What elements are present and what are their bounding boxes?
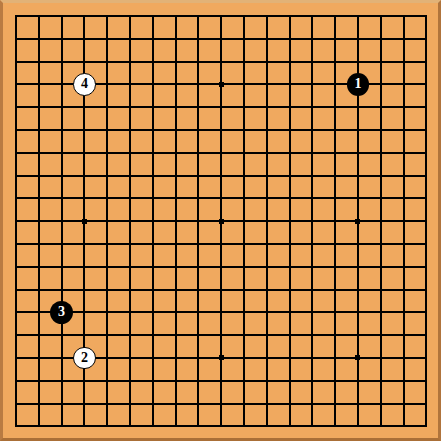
board-intersection — [278, 255, 301, 278]
board-intersection — [50, 324, 73, 347]
board-intersection — [96, 187, 119, 210]
board-intersection — [164, 164, 187, 187]
board-intersection — [324, 164, 347, 187]
board-intersection — [73, 50, 96, 73]
board-intersection — [347, 27, 370, 50]
board-intersection — [278, 415, 301, 438]
board-intersection — [324, 27, 347, 50]
board-intersection — [210, 392, 233, 415]
board-intersection — [347, 278, 370, 301]
board-intersection — [233, 187, 256, 210]
board-intersection — [278, 119, 301, 142]
board-intersection — [347, 141, 370, 164]
board-intersection — [141, 278, 164, 301]
board-intersection — [27, 415, 50, 438]
board-intersection — [73, 119, 96, 142]
board-intersection — [369, 324, 392, 347]
board-intersection — [73, 210, 96, 233]
board-intersection — [415, 278, 438, 301]
board-intersection — [324, 369, 347, 392]
board-intersection — [347, 164, 370, 187]
board-intersection — [210, 27, 233, 50]
board-intersection — [73, 324, 96, 347]
board-intersection — [187, 164, 210, 187]
board-intersection — [278, 278, 301, 301]
board-intersection — [141, 210, 164, 233]
board-intersection — [347, 255, 370, 278]
go-board: 4132 — [5, 5, 438, 438]
board-intersection — [50, 73, 73, 96]
board-intersection — [369, 5, 392, 28]
board-intersection — [347, 392, 370, 415]
board-intersection — [5, 73, 28, 96]
board-intersection — [27, 119, 50, 142]
board-intersection — [369, 415, 392, 438]
black-stone-C6: 3 — [50, 301, 73, 324]
board-intersection — [324, 255, 347, 278]
board-intersection — [164, 233, 187, 256]
board-intersection — [301, 5, 324, 28]
board-intersection — [5, 141, 28, 164]
board-intersection — [415, 141, 438, 164]
board-intersection — [141, 301, 164, 324]
board-intersection — [255, 27, 278, 50]
hoshi-point — [355, 355, 360, 360]
board-intersection — [415, 96, 438, 119]
board-intersection — [415, 210, 438, 233]
board-intersection — [210, 119, 233, 142]
board-intersection — [119, 119, 142, 142]
board-intersection — [73, 141, 96, 164]
board-intersection — [96, 119, 119, 142]
board-intersection — [119, 27, 142, 50]
board-intersection — [301, 369, 324, 392]
board-intersection — [141, 347, 164, 370]
board-intersection — [27, 73, 50, 96]
board-intersection — [164, 369, 187, 392]
board-intersection — [347, 233, 370, 256]
board-intersection — [96, 73, 119, 96]
board-intersection — [5, 5, 28, 28]
board-intersection — [255, 141, 278, 164]
board-intersection — [141, 392, 164, 415]
board-intersection — [369, 347, 392, 370]
white-stone-D16: 4 — [73, 73, 96, 96]
board-intersection — [255, 347, 278, 370]
board-intersection — [255, 301, 278, 324]
board-intersection — [73, 392, 96, 415]
board-intersection — [210, 73, 233, 96]
board-intersection — [415, 392, 438, 415]
board-intersection — [392, 278, 415, 301]
board-intersection — [141, 164, 164, 187]
board-intersection — [210, 210, 233, 233]
board-intersection — [187, 324, 210, 347]
board-intersection — [278, 324, 301, 347]
board-intersection — [301, 210, 324, 233]
board-intersection — [27, 210, 50, 233]
board-intersection — [187, 347, 210, 370]
board-intersection — [210, 50, 233, 73]
board-intersection — [415, 187, 438, 210]
board-intersection — [5, 164, 28, 187]
board-intersection — [50, 50, 73, 73]
board-intersection — [210, 324, 233, 347]
board-intersection — [96, 301, 119, 324]
board-intersection — [392, 347, 415, 370]
board-intersection — [324, 347, 347, 370]
board-intersection — [164, 347, 187, 370]
board-intersection — [233, 324, 256, 347]
board-intersection — [324, 187, 347, 210]
board-intersection — [187, 73, 210, 96]
board-intersection — [392, 392, 415, 415]
board-intersection — [5, 369, 28, 392]
board-intersection — [96, 278, 119, 301]
board-intersection — [187, 392, 210, 415]
board-intersection — [164, 210, 187, 233]
board-intersection — [5, 392, 28, 415]
board-intersection — [50, 141, 73, 164]
board-intersection — [119, 255, 142, 278]
board-intersection: 3 — [50, 301, 73, 324]
board-intersection — [278, 96, 301, 119]
board-intersection — [27, 392, 50, 415]
board-intersection — [96, 392, 119, 415]
board-intersection — [324, 5, 347, 28]
board-intersection — [73, 255, 96, 278]
board-intersection — [255, 119, 278, 142]
board-intersection — [415, 347, 438, 370]
board-intersection — [187, 369, 210, 392]
board-intersection — [233, 301, 256, 324]
board-intersection — [27, 50, 50, 73]
board-intersection — [324, 119, 347, 142]
board-intersection — [210, 233, 233, 256]
board-intersection — [415, 50, 438, 73]
board-intersection — [210, 164, 233, 187]
board-intersection — [324, 415, 347, 438]
board-intersection — [164, 301, 187, 324]
board-intersection — [96, 50, 119, 73]
board-intersection — [187, 233, 210, 256]
board-intersection — [392, 233, 415, 256]
board-intersection — [392, 187, 415, 210]
board-intersection — [73, 5, 96, 28]
board-intersection — [5, 347, 28, 370]
move-number: 1 — [354, 77, 361, 91]
board-intersection: 4 — [73, 73, 96, 96]
board-intersection — [278, 369, 301, 392]
board-intersection — [324, 301, 347, 324]
board-intersection — [96, 233, 119, 256]
board-intersection — [415, 415, 438, 438]
board-intersection — [392, 50, 415, 73]
board-intersection — [210, 255, 233, 278]
board-intersection — [96, 347, 119, 370]
board-intersection — [5, 255, 28, 278]
board-intersection — [301, 141, 324, 164]
board-intersection — [187, 187, 210, 210]
board-intersection — [324, 96, 347, 119]
board-intersection — [278, 210, 301, 233]
board-intersection — [369, 278, 392, 301]
board-intersection — [278, 347, 301, 370]
board-intersection — [5, 27, 28, 50]
board-intersection — [164, 5, 187, 28]
board-intersection — [233, 141, 256, 164]
board-intersection — [278, 27, 301, 50]
board-intersection — [73, 415, 96, 438]
board-intersection — [255, 278, 278, 301]
board-intersection — [5, 210, 28, 233]
board-intersection — [187, 119, 210, 142]
board-intersection — [369, 233, 392, 256]
board-intersection — [27, 5, 50, 28]
board-intersection — [369, 255, 392, 278]
board-intersection — [164, 50, 187, 73]
board-intersection — [141, 5, 164, 28]
board-intersection — [119, 415, 142, 438]
board-intersection — [187, 301, 210, 324]
board-intersection — [233, 5, 256, 28]
board-intersection — [369, 27, 392, 50]
board-intersection — [96, 369, 119, 392]
board-intersection — [255, 164, 278, 187]
board-intersection — [73, 233, 96, 256]
board-intersection — [119, 5, 142, 28]
board-intersection — [255, 187, 278, 210]
board-intersection — [119, 187, 142, 210]
board-intersection — [73, 96, 96, 119]
board-intersection — [415, 324, 438, 347]
board-intersection — [301, 164, 324, 187]
board-intersection — [369, 50, 392, 73]
board-intersection — [415, 5, 438, 28]
board-intersection — [415, 119, 438, 142]
board-intersection — [96, 5, 119, 28]
board-intersection — [347, 415, 370, 438]
board-intersection — [119, 301, 142, 324]
board-intersection — [301, 415, 324, 438]
board-intersection — [347, 5, 370, 28]
board-intersection — [50, 27, 73, 50]
board-intersection — [347, 301, 370, 324]
board-intersection — [96, 141, 119, 164]
board-intersection — [392, 324, 415, 347]
board-intersection — [347, 369, 370, 392]
board-intersection — [141, 96, 164, 119]
board-intersection — [119, 278, 142, 301]
board-intersection — [347, 119, 370, 142]
go-board-frame: 4132 — [0, 0, 441, 441]
board-intersection — [50, 210, 73, 233]
board-intersection — [187, 210, 210, 233]
board-intersection — [96, 96, 119, 119]
board-intersection — [233, 96, 256, 119]
board-intersection — [278, 233, 301, 256]
board-intersection — [324, 73, 347, 96]
board-intersection — [96, 255, 119, 278]
board-intersection — [119, 392, 142, 415]
board-intersection — [164, 73, 187, 96]
board-intersection — [27, 141, 50, 164]
board-intersection — [255, 73, 278, 96]
board-intersection — [164, 392, 187, 415]
board-intersection — [369, 119, 392, 142]
board-intersection — [96, 27, 119, 50]
hoshi-point — [219, 82, 224, 87]
board-intersection — [301, 119, 324, 142]
board-intersection — [347, 347, 370, 370]
board-intersection — [5, 119, 28, 142]
board-intersection — [50, 5, 73, 28]
hoshi-point — [219, 355, 224, 360]
go-diagram: 4132 — [0, 0, 441, 441]
board-intersection — [255, 392, 278, 415]
board-intersection — [119, 210, 142, 233]
board-intersection — [233, 27, 256, 50]
board-intersection — [27, 301, 50, 324]
board-intersection — [392, 96, 415, 119]
board-intersection — [164, 96, 187, 119]
board-intersection — [50, 369, 73, 392]
board-intersection — [233, 164, 256, 187]
board-intersection — [278, 50, 301, 73]
board-intersection — [119, 73, 142, 96]
board-intersection — [392, 255, 415, 278]
board-intersection — [187, 5, 210, 28]
board-intersection — [119, 164, 142, 187]
board-intersection — [187, 255, 210, 278]
board-intersection — [415, 73, 438, 96]
board-intersection — [255, 50, 278, 73]
board-intersection — [50, 347, 73, 370]
board-intersection — [278, 301, 301, 324]
board-intersection — [255, 255, 278, 278]
board-intersection — [415, 164, 438, 187]
board-intersection — [233, 347, 256, 370]
board-intersection — [210, 96, 233, 119]
board-intersection — [27, 324, 50, 347]
board-intersection — [347, 187, 370, 210]
board-intersection — [415, 255, 438, 278]
board-intersection — [392, 5, 415, 28]
board-intersection — [119, 233, 142, 256]
board-intersection — [50, 255, 73, 278]
board-intersection — [96, 210, 119, 233]
board-intersection — [27, 27, 50, 50]
board-intersection — [119, 96, 142, 119]
board-intersection — [210, 415, 233, 438]
board-intersection — [392, 301, 415, 324]
board-intersection — [187, 27, 210, 50]
board-intersection — [73, 27, 96, 50]
board-intersection — [141, 324, 164, 347]
board-intersection — [301, 233, 324, 256]
board-intersection — [164, 187, 187, 210]
board-intersection — [233, 415, 256, 438]
board-intersection — [164, 141, 187, 164]
move-number: 3 — [58, 305, 65, 319]
board-intersection — [73, 278, 96, 301]
board-intersection — [369, 210, 392, 233]
board-intersection — [73, 369, 96, 392]
board-intersection — [301, 392, 324, 415]
board-intersection — [210, 369, 233, 392]
board-intersection — [27, 347, 50, 370]
board-intersection — [141, 415, 164, 438]
board-intersection — [5, 324, 28, 347]
board-intersection — [324, 141, 347, 164]
board-intersection — [415, 233, 438, 256]
board-intersection — [255, 96, 278, 119]
board-intersection — [164, 255, 187, 278]
board-intersection: 2 — [73, 347, 96, 370]
board-intersection — [369, 392, 392, 415]
hoshi-point — [355, 219, 360, 224]
move-number: 4 — [81, 77, 88, 91]
board-intersection — [392, 369, 415, 392]
board-intersection — [392, 119, 415, 142]
board-intersection — [255, 5, 278, 28]
board-intersection — [141, 119, 164, 142]
board-intersection — [187, 96, 210, 119]
move-number: 2 — [81, 351, 88, 365]
board-intersection — [392, 164, 415, 187]
board-intersection — [5, 96, 28, 119]
board-intersection — [5, 50, 28, 73]
board-intersection — [278, 187, 301, 210]
white-stone-D4: 2 — [73, 347, 96, 370]
board-intersection — [73, 301, 96, 324]
board-intersection — [164, 324, 187, 347]
board-intersection — [50, 96, 73, 119]
board-intersection — [141, 50, 164, 73]
board-intersection — [73, 187, 96, 210]
board-intersection — [415, 301, 438, 324]
board-intersection — [96, 324, 119, 347]
board-intersection — [210, 347, 233, 370]
board-intersection — [415, 369, 438, 392]
board-intersection — [255, 415, 278, 438]
board-intersection — [369, 164, 392, 187]
board-intersection — [233, 278, 256, 301]
board-intersection — [347, 96, 370, 119]
board-intersection — [73, 164, 96, 187]
board-intersection — [164, 415, 187, 438]
board-intersection — [347, 50, 370, 73]
board-intersection — [50, 233, 73, 256]
board-intersection — [210, 5, 233, 28]
board-intersection — [210, 301, 233, 324]
black-stone-Q16: 1 — [347, 73, 370, 96]
board-intersection — [324, 392, 347, 415]
board-intersection — [301, 50, 324, 73]
board-intersection — [278, 73, 301, 96]
board-intersection — [369, 73, 392, 96]
board-intersection — [141, 27, 164, 50]
board-intersection — [141, 73, 164, 96]
board-intersection — [392, 73, 415, 96]
board-intersection — [301, 255, 324, 278]
board-intersection — [50, 392, 73, 415]
board-intersection — [324, 233, 347, 256]
board-intersection — [301, 278, 324, 301]
board-intersection — [255, 369, 278, 392]
board-intersection — [5, 187, 28, 210]
board-intersection — [255, 233, 278, 256]
